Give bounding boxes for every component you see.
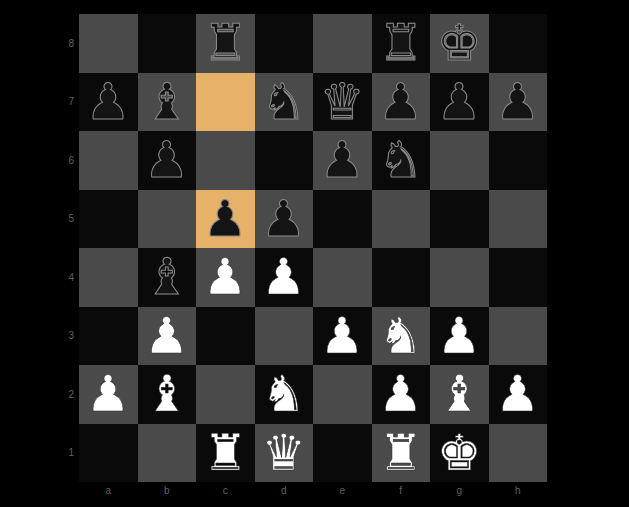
rank-label-5: 5 bbox=[58, 190, 76, 249]
piece-white-pawn[interactable]: ♟ bbox=[86, 365, 131, 423]
file-coordinates: abcdefgh bbox=[79, 481, 547, 496]
square-d2[interactable]: ♞ bbox=[255, 365, 314, 424]
square-f7[interactable]: ♟ bbox=[372, 73, 431, 132]
piece-black-rook[interactable]: ♜ bbox=[378, 14, 423, 72]
square-a4[interactable] bbox=[79, 248, 138, 307]
piece-white-rook[interactable]: ♜ bbox=[378, 424, 423, 482]
file-label-f: f bbox=[372, 481, 431, 496]
square-g4[interactable] bbox=[430, 248, 489, 307]
square-c1[interactable]: ♜ bbox=[196, 424, 255, 483]
square-a7[interactable]: ♟ bbox=[79, 73, 138, 132]
piece-black-pawn[interactable]: ♟ bbox=[203, 190, 248, 248]
piece-black-pawn[interactable]: ♟ bbox=[495, 73, 540, 131]
square-f1[interactable]: ♜ bbox=[372, 424, 431, 483]
rank-label-2: 2 bbox=[58, 365, 76, 424]
square-f2[interactable]: ♟ bbox=[372, 365, 431, 424]
square-a8[interactable] bbox=[79, 14, 138, 73]
square-a5[interactable] bbox=[79, 190, 138, 249]
piece-white-pawn[interactable]: ♟ bbox=[144, 307, 189, 365]
square-e7[interactable]: ♛ bbox=[313, 73, 372, 132]
square-g8[interactable]: ♚ bbox=[430, 14, 489, 73]
piece-white-pawn[interactable]: ♟ bbox=[378, 365, 423, 423]
file-label-b: b bbox=[138, 481, 197, 496]
piece-white-queen[interactable]: ♛ bbox=[261, 424, 306, 482]
square-c2[interactable] bbox=[196, 365, 255, 424]
piece-white-pawn[interactable]: ♟ bbox=[261, 248, 306, 306]
piece-white-bishop[interactable]: ♝ bbox=[144, 365, 189, 423]
square-e3[interactable]: ♟ bbox=[313, 307, 372, 366]
piece-black-pawn[interactable]: ♟ bbox=[144, 131, 189, 189]
piece-white-king[interactable]: ♚ bbox=[437, 424, 482, 482]
square-c5[interactable]: ♟ bbox=[196, 190, 255, 249]
square-g1[interactable]: ♚ bbox=[430, 424, 489, 483]
square-g2[interactable]: ♝ bbox=[430, 365, 489, 424]
piece-black-pawn[interactable]: ♟ bbox=[437, 73, 482, 131]
square-h2[interactable]: ♟ bbox=[489, 365, 548, 424]
square-h8[interactable] bbox=[489, 14, 548, 73]
piece-black-bishop[interactable]: ♝ bbox=[144, 248, 189, 306]
piece-black-rook[interactable]: ♜ bbox=[203, 14, 248, 72]
square-d7[interactable]: ♞ bbox=[255, 73, 314, 132]
square-f6[interactable]: ♞ bbox=[372, 131, 431, 190]
piece-black-knight[interactable]: ♞ bbox=[261, 73, 306, 131]
piece-white-knight[interactable]: ♞ bbox=[378, 307, 423, 365]
square-f8[interactable]: ♜ bbox=[372, 14, 431, 73]
square-c4[interactable]: ♟ bbox=[196, 248, 255, 307]
file-label-g: g bbox=[430, 481, 489, 496]
file-label-c: c bbox=[196, 481, 255, 496]
square-a1[interactable] bbox=[79, 424, 138, 483]
square-h7[interactable]: ♟ bbox=[489, 73, 548, 132]
square-g7[interactable]: ♟ bbox=[430, 73, 489, 132]
square-e2[interactable] bbox=[313, 365, 372, 424]
piece-black-pawn[interactable]: ♟ bbox=[320, 131, 365, 189]
square-g3[interactable]: ♟ bbox=[430, 307, 489, 366]
chess-app-background: 87654321 ♜♜♚♟♝♞♛♟♟♟♟♟♞♟♟♝♟♟♟♟♞♟♟♝♞♟♝♟♜♛♜… bbox=[0, 0, 629, 507]
square-b2[interactable]: ♝ bbox=[138, 365, 197, 424]
square-c3[interactable] bbox=[196, 307, 255, 366]
square-f4[interactable] bbox=[372, 248, 431, 307]
file-label-a: a bbox=[79, 481, 138, 496]
piece-black-knight[interactable]: ♞ bbox=[378, 131, 423, 189]
square-d6[interactable] bbox=[255, 131, 314, 190]
piece-white-pawn[interactable]: ♟ bbox=[203, 248, 248, 306]
square-a3[interactable] bbox=[79, 307, 138, 366]
chess-board[interactable]: ♜♜♚♟♝♞♛♟♟♟♟♟♞♟♟♝♟♟♟♟♞♟♟♝♞♟♝♟♜♛♜♚ bbox=[79, 14, 547, 482]
square-c7[interactable] bbox=[196, 73, 255, 132]
square-b8[interactable] bbox=[138, 14, 197, 73]
file-label-d: d bbox=[255, 481, 314, 496]
square-b6[interactable]: ♟ bbox=[138, 131, 197, 190]
square-c6[interactable] bbox=[196, 131, 255, 190]
file-label-h: h bbox=[489, 481, 548, 496]
piece-white-bishop[interactable]: ♝ bbox=[437, 365, 482, 423]
square-e5[interactable] bbox=[313, 190, 372, 249]
piece-black-pawn[interactable]: ♟ bbox=[378, 73, 423, 131]
square-h4[interactable] bbox=[489, 248, 548, 307]
file-label-e: e bbox=[313, 481, 372, 496]
piece-black-bishop[interactable]: ♝ bbox=[144, 73, 189, 131]
piece-black-king[interactable]: ♚ bbox=[437, 14, 482, 72]
square-d4[interactable]: ♟ bbox=[255, 248, 314, 307]
square-d1[interactable]: ♛ bbox=[255, 424, 314, 483]
rank-coordinates: 87654321 bbox=[58, 14, 76, 482]
square-e6[interactable]: ♟ bbox=[313, 131, 372, 190]
square-h1[interactable] bbox=[489, 424, 548, 483]
rank-label-8: 8 bbox=[58, 14, 76, 73]
piece-white-pawn[interactable]: ♟ bbox=[495, 365, 540, 423]
square-a6[interactable] bbox=[79, 131, 138, 190]
square-e4[interactable] bbox=[313, 248, 372, 307]
square-a2[interactable]: ♟ bbox=[79, 365, 138, 424]
piece-black-queen[interactable]: ♛ bbox=[320, 73, 365, 131]
square-b3[interactable]: ♟ bbox=[138, 307, 197, 366]
rank-label-4: 4 bbox=[58, 248, 76, 307]
square-b7[interactable]: ♝ bbox=[138, 73, 197, 132]
piece-white-pawn[interactable]: ♟ bbox=[320, 307, 365, 365]
square-b5[interactable] bbox=[138, 190, 197, 249]
square-f5[interactable] bbox=[372, 190, 431, 249]
square-f3[interactable]: ♞ bbox=[372, 307, 431, 366]
square-h3[interactable] bbox=[489, 307, 548, 366]
square-g5[interactable] bbox=[430, 190, 489, 249]
rank-label-1: 1 bbox=[58, 424, 76, 483]
square-d8[interactable] bbox=[255, 14, 314, 73]
piece-black-pawn[interactable]: ♟ bbox=[261, 190, 306, 248]
square-d5[interactable]: ♟ bbox=[255, 190, 314, 249]
square-h6[interactable] bbox=[489, 131, 548, 190]
square-d3[interactable] bbox=[255, 307, 314, 366]
piece-white-rook[interactable]: ♜ bbox=[203, 424, 248, 482]
piece-white-pawn[interactable]: ♟ bbox=[437, 307, 482, 365]
square-g6[interactable] bbox=[430, 131, 489, 190]
square-h5[interactable] bbox=[489, 190, 548, 249]
rank-label-7: 7 bbox=[58, 73, 76, 132]
piece-white-knight[interactable]: ♞ bbox=[261, 365, 306, 423]
square-e1[interactable] bbox=[313, 424, 372, 483]
square-b1[interactable] bbox=[138, 424, 197, 483]
rank-label-3: 3 bbox=[58, 307, 76, 366]
square-e8[interactable] bbox=[313, 14, 372, 73]
rank-label-6: 6 bbox=[58, 131, 76, 190]
square-b4[interactable]: ♝ bbox=[138, 248, 197, 307]
piece-black-pawn[interactable]: ♟ bbox=[86, 73, 131, 131]
square-c8[interactable]: ♜ bbox=[196, 14, 255, 73]
